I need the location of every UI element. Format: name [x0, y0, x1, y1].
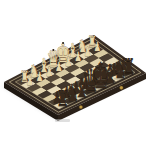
product-photo: ♜♞♝♛♚♝♞♜♟♟♟♟♟♟♟♟♟♟♟♟♟♟♟♟♜♞♝♛♚♝♞♜: [0, 0, 150, 150]
piece-white-pawn-d2: ♟: [55, 59, 62, 75]
photo-watermark: [55, 119, 70, 122]
brass-hinge-icon: [79, 105, 82, 108]
dark-finial: [52, 49, 54, 51]
chess-set-photo: ♜♞♝♛♚♝♞♜♟♟♟♟♟♟♟♟♟♟♟♟♟♟♟♟♜♞♝♛♚♝♞♜: [0, 0, 150, 150]
piece-black-rook-h8: ♜: [123, 55, 135, 79]
piece-white-pawn-b2: ♟: [36, 68, 43, 84]
piece-white-pawn-e2: ♟: [65, 54, 72, 70]
dark-finial: [62, 42, 64, 44]
piece-white-pawn-h2: ♟: [94, 39, 101, 55]
piece-white-pawn-f2: ♟: [74, 49, 81, 65]
brass-hinge-icon: [120, 86, 123, 89]
piece-white-pawn-c2: ♟: [46, 64, 53, 80]
piece-white-pawn-a2: ♟: [26, 73, 33, 89]
